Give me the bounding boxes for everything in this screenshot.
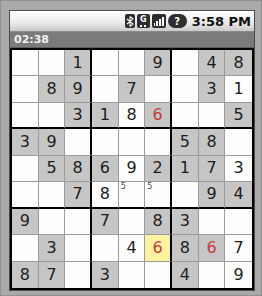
cell-r2c4[interactable] <box>92 76 119 102</box>
cell-r8c1[interactable] <box>12 235 39 261</box>
cell-r7c2[interactable] <box>39 209 66 235</box>
cell-r3c2[interactable] <box>39 103 66 129</box>
cell-r4c8[interactable]: 8 <box>199 129 226 155</box>
cell-r9c1[interactable]: 8 <box>12 262 39 288</box>
cell-r7c7[interactable]: 3 <box>172 209 199 235</box>
cell-r9c5[interactable] <box>119 262 146 288</box>
cell-r8c9[interactable]: 7 <box>225 235 252 261</box>
cell-r4c9[interactable] <box>225 129 252 155</box>
cell-r8c8[interactable]: 6 <box>199 235 226 261</box>
cell-r3c5[interactable]: 8 <box>119 103 146 129</box>
cell-r6c8[interactable]: 9 <box>199 182 226 208</box>
cell-r6c6[interactable]: 5 <box>145 182 172 208</box>
cell-r6c5[interactable]: 5 <box>119 182 146 208</box>
cell-r7c3[interactable] <box>65 209 92 235</box>
cell-r5c9[interactable]: 3 <box>225 156 252 182</box>
status-clock: 3:58 PM <box>192 14 251 29</box>
cell-r6c7[interactable] <box>172 182 199 208</box>
cell-r2c7[interactable] <box>172 76 199 102</box>
cell-r3c6[interactable]: 6 <box>145 103 172 129</box>
cell-r9c3[interactable] <box>65 262 92 288</box>
cell-r5c4[interactable]: 6 <box>92 156 119 182</box>
cell-r4c2[interactable]: 9 <box>39 129 66 155</box>
cell-r3c7[interactable] <box>172 103 199 129</box>
cell-r6c1[interactable] <box>12 182 39 208</box>
cell-r4c4[interactable] <box>92 129 119 155</box>
cell-r3c8[interactable] <box>199 103 226 129</box>
cell-r9c8[interactable] <box>199 262 226 288</box>
gprs-label: G <box>140 16 147 24</box>
cell-r3c1[interactable] <box>12 103 39 129</box>
cell-r5c1[interactable] <box>12 156 39 182</box>
cell-r2c8[interactable]: 3 <box>199 76 226 102</box>
cell-r2c2[interactable]: 8 <box>39 76 66 102</box>
cell-r1c6[interactable]: 9 <box>145 50 172 76</box>
cell-r8c6[interactable]: 6 <box>145 235 172 261</box>
cell-r4c6[interactable] <box>145 129 172 155</box>
cell-r4c7[interactable]: 5 <box>172 129 199 155</box>
cell-r6c9[interactable]: 4 <box>225 182 252 208</box>
cell-r6c3[interactable]: 7 <box>65 182 92 208</box>
cell-r2c9[interactable]: 1 <box>225 76 252 102</box>
cell-r5c6[interactable]: 2 <box>145 156 172 182</box>
cell-r9c6[interactable] <box>145 262 172 288</box>
cell-r3c3[interactable]: 3 <box>65 103 92 129</box>
battery-unknown-label: ? <box>174 16 180 27</box>
cell-r6c4[interactable]: 8 <box>92 182 119 208</box>
pencil-note: 5 <box>147 182 152 191</box>
cell-r1c3[interactable]: 1 <box>65 50 92 76</box>
battery-unknown-icon: ? <box>168 14 187 28</box>
elapsed-timer: 02:38 <box>14 33 49 46</box>
app-screen: G ? 3:58 PM 02:38 1948897313186539585869… <box>9 10 255 291</box>
cell-r2c3[interactable]: 9 <box>65 76 92 102</box>
cell-r4c1[interactable]: 3 <box>12 129 39 155</box>
cell-r8c5[interactable]: 4 <box>119 235 146 261</box>
cell-r6c2[interactable] <box>39 182 66 208</box>
cell-r9c2[interactable]: 7 <box>39 262 66 288</box>
cell-r1c8[interactable]: 4 <box>199 50 226 76</box>
cell-r1c9[interactable]: 8 <box>225 50 252 76</box>
cell-r8c7[interactable]: 8 <box>172 235 199 261</box>
cell-r2c1[interactable] <box>12 76 39 102</box>
game-timer-bar: 02:38 <box>10 32 254 48</box>
cell-r8c3[interactable] <box>65 235 92 261</box>
cell-r7c9[interactable] <box>225 209 252 235</box>
sudoku-board: 1948897313186539585869217378559497833468… <box>10 48 254 290</box>
cell-r4c3[interactable] <box>65 129 92 155</box>
signal-strength-icon <box>152 14 166 28</box>
pencil-note: 5 <box>121 182 126 191</box>
cell-r5c2[interactable]: 5 <box>39 156 66 182</box>
cell-r9c9[interactable]: 9 <box>225 262 252 288</box>
cell-r7c6[interactable]: 8 <box>145 209 172 235</box>
cell-r1c1[interactable] <box>12 50 39 76</box>
cell-r5c3[interactable]: 8 <box>65 156 92 182</box>
cell-r2c6[interactable] <box>145 76 172 102</box>
gprs-arrows <box>140 25 146 27</box>
cell-r3c9[interactable]: 5 <box>225 103 252 129</box>
cell-r7c5[interactable] <box>119 209 146 235</box>
cell-r7c8[interactable] <box>199 209 226 235</box>
cell-r9c4[interactable]: 3 <box>92 262 119 288</box>
gprs-data-icon: G <box>137 14 150 28</box>
cell-r7c1[interactable]: 9 <box>12 209 39 235</box>
cell-r3c4[interactable]: 1 <box>92 103 119 129</box>
cell-r5c8[interactable]: 7 <box>199 156 226 182</box>
cell-r1c4[interactable] <box>92 50 119 76</box>
cell-r9c7[interactable]: 4 <box>172 262 199 288</box>
bluetooth-icon <box>125 14 135 28</box>
cell-r1c2[interactable] <box>39 50 66 76</box>
cell-r5c5[interactable]: 9 <box>119 156 146 182</box>
cell-r1c5[interactable] <box>119 50 146 76</box>
cell-r5c7[interactable]: 1 <box>172 156 199 182</box>
cell-r8c2[interactable]: 3 <box>39 235 66 261</box>
phone-frame: G ? 3:58 PM 02:38 1948897313186539585869… <box>0 0 262 296</box>
cell-r4c5[interactable] <box>119 129 146 155</box>
cell-r2c5[interactable]: 7 <box>119 76 146 102</box>
status-bar: G ? 3:58 PM <box>10 11 254 32</box>
cell-r1c7[interactable] <box>172 50 199 76</box>
cell-r7c4[interactable]: 7 <box>92 209 119 235</box>
cell-r8c4[interactable] <box>92 235 119 261</box>
